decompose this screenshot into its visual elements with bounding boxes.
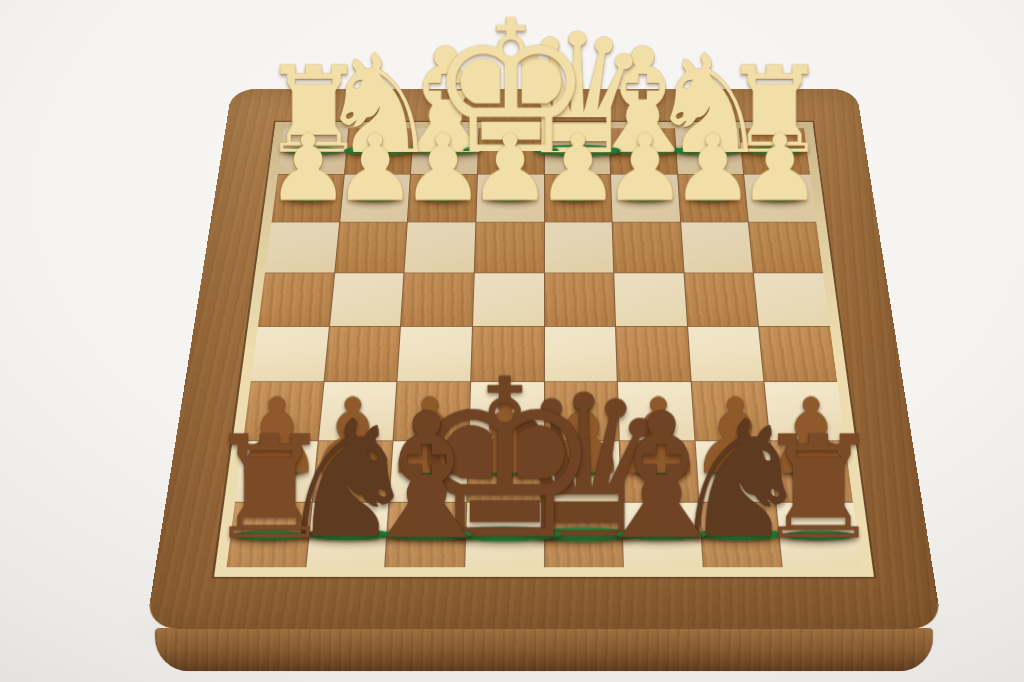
square-e1[interactable] <box>478 128 544 173</box>
square-f4[interactable] <box>401 273 473 325</box>
dark-rook-a8[interactable]: ♜ <box>747 416 890 559</box>
square-d2[interactable] <box>544 174 611 222</box>
square-d1[interactable] <box>544 128 610 173</box>
square-c4[interactable] <box>614 273 686 325</box>
square-g4[interactable] <box>330 273 404 325</box>
square-f3[interactable] <box>405 223 476 273</box>
square-b4[interactable] <box>684 273 758 325</box>
rook-glyph: ♜ <box>747 416 890 559</box>
square-h2[interactable] <box>272 174 344 222</box>
square-a1[interactable] <box>740 128 810 173</box>
dark-bishop-c8[interactable]: ♝ <box>575 390 748 563</box>
square-c2[interactable] <box>611 174 680 222</box>
square-d4[interactable] <box>544 273 615 325</box>
square-g2[interactable] <box>340 174 410 222</box>
square-b3[interactable] <box>681 223 753 273</box>
board-front-edge <box>155 628 933 671</box>
square-b1[interactable] <box>675 128 744 173</box>
square-h3[interactable] <box>265 223 339 273</box>
square-b2[interactable] <box>678 174 748 222</box>
chess-board: ♜♞♝♛♚♝♞♜♟♟♟♟♟♟♟♟♟♟♟♟♟♟♟♟♜♞♝♛♚♝♞♜ <box>146 89 943 629</box>
square-g3[interactable] <box>335 223 407 273</box>
square-h1[interactable] <box>278 128 348 173</box>
square-d3[interactable] <box>544 223 613 273</box>
square-c1[interactable] <box>610 128 677 173</box>
square-e2[interactable] <box>476 174 543 222</box>
square-a3[interactable] <box>749 223 823 273</box>
bishop-glyph: ♝ <box>575 390 748 563</box>
square-e3[interactable] <box>475 223 544 273</box>
square-g1[interactable] <box>345 128 414 173</box>
square-e4[interactable] <box>473 273 544 325</box>
square-f1[interactable] <box>411 128 478 173</box>
rook-glyph: ♜ <box>198 416 341 559</box>
dark-rook-h8[interactable]: ♜ <box>198 416 341 559</box>
square-h4[interactable] <box>258 273 334 325</box>
perspective-scene: ♜♞♝♛♚♝♞♜♟♟♟♟♟♟♟♟♟♟♟♟♟♟♟♟♜♞♝♛♚♝♞♜ <box>0 0 1024 682</box>
square-a4[interactable] <box>754 273 830 325</box>
bishop-glyph: ♝ <box>340 390 513 563</box>
square-a2[interactable] <box>744 174 816 222</box>
dark-bishop-f8[interactable]: ♝ <box>340 390 513 563</box>
square-c3[interactable] <box>613 223 684 273</box>
photo-stage: ♜♞♝♛♚♝♞♜♟♟♟♟♟♟♟♟♟♟♟♟♟♟♟♟♜♞♝♛♚♝♞♜ <box>0 0 1024 682</box>
square-f2[interactable] <box>408 174 477 222</box>
